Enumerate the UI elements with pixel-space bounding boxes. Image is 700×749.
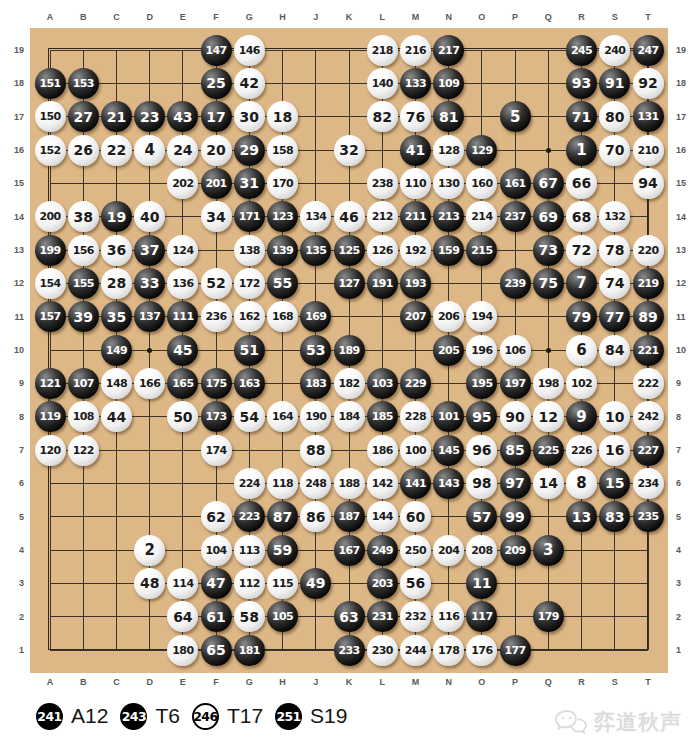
black-stone-7: 7: [566, 268, 597, 299]
coord-label-left: 14: [2, 212, 24, 222]
white-stone-248: 248: [300, 468, 331, 499]
coord-label-left: 18: [2, 78, 24, 88]
black-stone-103: 103: [367, 368, 398, 399]
white-stone-96: 96: [466, 435, 497, 466]
white-stone-162: 162: [234, 301, 265, 332]
coord-label-top: A: [42, 12, 58, 22]
caption-move: 246T17: [192, 703, 263, 730]
white-stone-58: 58: [234, 601, 265, 632]
black-stone-89: 89: [633, 301, 664, 332]
white-stone-218: 218: [367, 35, 398, 66]
coord-label-bottom: M: [407, 677, 423, 687]
watermark-text: 弈道秋声: [594, 708, 682, 736]
black-stone-135: 135: [300, 235, 331, 266]
coord-label-left: 3: [2, 578, 24, 588]
black-stone-121: 121: [35, 368, 66, 399]
black-stone-75: 75: [533, 268, 564, 299]
black-stone-215: 215: [466, 235, 497, 266]
white-stone-36: 36: [101, 235, 132, 266]
coord-label-right: 8: [676, 412, 696, 422]
coord-label-top: J: [308, 12, 324, 22]
black-stone-191: 191: [367, 268, 398, 299]
coord-label-top: C: [108, 12, 124, 22]
white-stone-226: 226: [566, 435, 597, 466]
black-stone-109: 109: [433, 68, 464, 99]
coord-label-left: 5: [2, 512, 24, 522]
coord-label-right: 2: [676, 612, 696, 622]
white-stone-70: 70: [599, 135, 630, 166]
white-stone-114: 114: [167, 568, 198, 599]
white-stone-38: 38: [68, 201, 99, 232]
coord-label-top: D: [142, 12, 158, 22]
black-stone-181: 181: [234, 635, 265, 666]
coord-label-bottom: Q: [540, 677, 556, 687]
black-stone-141: 141: [400, 468, 431, 499]
caption-point-label: S19: [310, 704, 347, 728]
black-stone-151: 151: [35, 68, 66, 99]
white-stone-26: 26: [68, 135, 99, 166]
black-stone-13: 13: [566, 501, 597, 532]
white-stone-88: 88: [300, 435, 331, 466]
white-stone-102: 102: [566, 368, 597, 399]
coord-label-bottom: D: [142, 677, 158, 687]
coord-label-bottom: O: [474, 677, 490, 687]
black-stone-119: 119: [35, 401, 66, 432]
caption-stone-icon: 246: [192, 703, 219, 730]
white-stone-108: 108: [68, 401, 99, 432]
black-stone-153: 153: [68, 68, 99, 99]
black-stone-107: 107: [68, 368, 99, 399]
white-stone-170: 170: [267, 168, 298, 199]
white-stone-115: 115: [267, 568, 298, 599]
caption-point-label: T17: [227, 704, 263, 728]
white-stone-18: 18: [267, 101, 298, 132]
coord-label-top: R: [574, 12, 590, 22]
white-stone-188: 188: [334, 468, 365, 499]
white-stone-222: 222: [633, 368, 664, 399]
white-stone-230: 230: [367, 635, 398, 666]
white-stone-20: 20: [201, 135, 232, 166]
coord-label-right: 4: [676, 545, 696, 555]
white-stone-238: 238: [367, 168, 398, 199]
black-stone-53: 53: [300, 335, 331, 366]
black-stone-207: 207: [400, 301, 431, 332]
black-stone-159: 159: [433, 235, 464, 266]
white-stone-122: 122: [68, 435, 99, 466]
white-stone-242: 242: [633, 401, 664, 432]
black-stone-155: 155: [68, 268, 99, 299]
white-stone-234: 234: [633, 468, 664, 499]
black-stone-229: 229: [400, 368, 431, 399]
caption-stone-icon: 251: [275, 703, 302, 730]
white-stone-150: 150: [35, 101, 66, 132]
black-stone-149: 149: [101, 335, 132, 366]
black-stone-55: 55: [267, 268, 298, 299]
coord-label-right: 15: [676, 178, 696, 188]
black-stone-91: 91: [599, 68, 630, 99]
black-stone-123: 123: [267, 201, 298, 232]
coord-label-bottom: N: [441, 677, 457, 687]
black-stone-129: 129: [466, 135, 497, 166]
coord-label-top: M: [407, 12, 423, 22]
white-stone-94: 94: [633, 168, 664, 199]
white-stone-158: 158: [267, 135, 298, 166]
white-stone-74: 74: [599, 268, 630, 299]
white-stone-66: 66: [566, 168, 597, 199]
black-stone-177: 177: [500, 635, 531, 666]
caption-move: 241A12: [36, 703, 108, 730]
coord-label-top: H: [275, 12, 291, 22]
watermark: 弈道秋声: [554, 708, 682, 736]
black-stone-139: 139: [267, 235, 298, 266]
white-stone-174: 174: [201, 435, 232, 466]
coord-label-top: F: [208, 12, 224, 22]
white-stone-98: 98: [466, 468, 497, 499]
star-point: [546, 148, 551, 153]
caption-point-label: A12: [71, 704, 108, 728]
caption-stone-icon: 241: [36, 703, 63, 730]
black-stone-223: 223: [234, 501, 265, 532]
white-stone-72: 72: [566, 235, 597, 266]
coord-label-bottom: H: [275, 677, 291, 687]
black-stone-17: 17: [201, 101, 232, 132]
black-stone-99: 99: [500, 501, 531, 532]
caption-move: 243T6: [120, 703, 180, 730]
coord-label-right: 9: [676, 378, 696, 388]
black-stone-51: 51: [234, 335, 265, 366]
white-stone-140: 140: [367, 68, 398, 99]
black-stone-21: 21: [101, 101, 132, 132]
white-stone-126: 126: [367, 235, 398, 266]
white-stone-90: 90: [500, 401, 531, 432]
white-stone-6: 6: [566, 335, 597, 366]
white-stone-124: 124: [167, 235, 198, 266]
white-stone-110: 110: [400, 168, 431, 199]
white-stone-198: 198: [533, 368, 564, 399]
black-stone-63: 63: [334, 601, 365, 632]
black-stone-143: 143: [433, 468, 464, 499]
black-stone-39: 39: [68, 301, 99, 332]
white-stone-144: 144: [367, 501, 398, 532]
black-stone-73: 73: [533, 235, 564, 266]
black-stone-205: 205: [433, 335, 464, 366]
black-stone-185: 185: [367, 401, 398, 432]
star-point: [546, 348, 551, 353]
black-stone-189: 189: [334, 335, 365, 366]
coord-label-right: 19: [676, 45, 696, 55]
coord-label-right: 11: [676, 312, 696, 322]
coord-label-right: 1: [676, 645, 696, 655]
black-stone-217: 217: [433, 35, 464, 66]
white-stone-128: 128: [433, 135, 464, 166]
coord-label-left: 7: [2, 445, 24, 455]
coord-label-left: 1: [2, 645, 24, 655]
black-stone-9: 9: [566, 401, 597, 432]
white-stone-146: 146: [234, 35, 265, 66]
black-stone-41: 41: [400, 135, 431, 166]
black-stone-245: 245: [566, 35, 597, 66]
coord-label-right: 16: [676, 145, 696, 155]
black-stone-247: 247: [633, 35, 664, 66]
white-stone-216: 216: [400, 35, 431, 66]
white-stone-78: 78: [599, 235, 630, 266]
black-stone-221: 221: [633, 335, 664, 366]
coord-label-top: S: [607, 12, 623, 22]
black-stone-45: 45: [167, 335, 198, 366]
white-stone-182: 182: [334, 368, 365, 399]
coord-label-left: 19: [2, 45, 24, 55]
white-stone-164: 164: [267, 401, 298, 432]
coord-label-bottom: J: [308, 677, 324, 687]
white-stone-2: 2: [134, 535, 165, 566]
black-stone-29: 29: [234, 135, 265, 166]
coord-label-left: 6: [2, 478, 24, 488]
black-stone-31: 31: [234, 168, 265, 199]
white-stone-196: 196: [466, 335, 497, 366]
black-stone-235: 235: [633, 501, 664, 532]
black-stone-15: 15: [599, 468, 630, 499]
coord-label-top: P: [507, 12, 523, 22]
white-stone-52: 52: [201, 268, 232, 299]
black-stone-239: 239: [500, 268, 531, 299]
black-stone-209: 209: [500, 535, 531, 566]
white-stone-250: 250: [400, 535, 431, 566]
white-stone-32: 32: [334, 135, 365, 166]
black-stone-237: 237: [500, 201, 531, 232]
coord-label-bottom: L: [374, 677, 390, 687]
black-stone-1: 1: [566, 135, 597, 166]
black-stone-79: 79: [566, 301, 597, 332]
coord-label-left: 11: [2, 312, 24, 322]
white-stone-186: 186: [367, 435, 398, 466]
white-stone-204: 204: [433, 535, 464, 566]
coord-label-right: 10: [676, 345, 696, 355]
black-stone-59: 59: [267, 535, 298, 566]
black-stone-157: 157: [35, 301, 66, 332]
white-stone-54: 54: [234, 401, 265, 432]
white-stone-22: 22: [101, 135, 132, 166]
coord-label-top: B: [75, 12, 91, 22]
black-stone-47: 47: [201, 568, 232, 599]
white-stone-28: 28: [101, 268, 132, 299]
white-stone-232: 232: [400, 601, 431, 632]
coord-label-bottom: B: [75, 677, 91, 687]
coord-label-bottom: R: [574, 677, 590, 687]
white-stone-178: 178: [433, 635, 464, 666]
white-stone-172: 172: [234, 268, 265, 299]
black-stone-93: 93: [566, 68, 597, 99]
white-stone-76: 76: [400, 101, 431, 132]
white-stone-160: 160: [466, 168, 497, 199]
black-stone-27: 27: [68, 101, 99, 132]
white-stone-30: 30: [234, 101, 265, 132]
coord-label-right: 6: [676, 478, 696, 488]
black-stone-5: 5: [500, 101, 531, 132]
caption-stone-icon: 243: [120, 703, 147, 730]
white-stone-16: 16: [599, 435, 630, 466]
white-stone-168: 168: [267, 301, 298, 332]
black-stone-133: 133: [400, 68, 431, 99]
coord-label-left: 15: [2, 178, 24, 188]
white-stone-8: 8: [566, 468, 597, 499]
black-stone-233: 233: [334, 635, 365, 666]
white-stone-152: 152: [35, 135, 66, 166]
coord-label-top: O: [474, 12, 490, 22]
white-stone-224: 224: [234, 468, 265, 499]
coord-label-top: Q: [540, 12, 556, 22]
coord-label-top: K: [341, 12, 357, 22]
white-stone-120: 120: [35, 435, 66, 466]
white-stone-142: 142: [367, 468, 398, 499]
coord-label-right: 12: [676, 278, 696, 288]
black-stone-131: 131: [633, 101, 664, 132]
coord-label-bottom: G: [241, 677, 257, 687]
black-stone-3: 3: [533, 535, 564, 566]
black-stone-201: 201: [201, 168, 232, 199]
coord-label-right: 14: [676, 212, 696, 222]
white-stone-220: 220: [633, 235, 664, 266]
black-stone-49: 49: [300, 568, 331, 599]
white-stone-240: 240: [599, 35, 630, 66]
white-stone-212: 212: [367, 201, 398, 232]
black-stone-193: 193: [400, 268, 431, 299]
black-stone-65: 65: [201, 635, 232, 666]
black-stone-147: 147: [201, 35, 232, 66]
coord-label-top: L: [374, 12, 390, 22]
white-stone-82: 82: [367, 101, 398, 132]
coord-label-right: 18: [676, 78, 696, 88]
white-stone-166: 166: [134, 368, 165, 399]
black-stone-219: 219: [633, 268, 664, 299]
black-stone-165: 165: [167, 368, 198, 399]
white-stone-24: 24: [167, 135, 198, 166]
white-stone-106: 106: [500, 335, 531, 366]
white-stone-44: 44: [101, 401, 132, 432]
black-stone-163: 163: [234, 368, 265, 399]
caption-point-label: T6: [155, 704, 180, 728]
black-stone-97: 97: [500, 468, 531, 499]
white-stone-14: 14: [533, 468, 564, 499]
black-stone-179: 179: [533, 601, 564, 632]
star-point: [147, 348, 152, 353]
white-stone-62: 62: [201, 501, 232, 532]
coord-label-bottom: A: [42, 677, 58, 687]
white-stone-154: 154: [35, 268, 66, 299]
white-stone-176: 176: [466, 635, 497, 666]
black-stone-61: 61: [201, 601, 232, 632]
coord-label-right: 5: [676, 512, 696, 522]
white-stone-244: 244: [400, 635, 431, 666]
black-stone-173: 173: [201, 401, 232, 432]
black-stone-127: 127: [334, 268, 365, 299]
white-stone-4: 4: [134, 135, 165, 166]
black-stone-195: 195: [466, 368, 497, 399]
black-stone-35: 35: [101, 301, 132, 332]
black-stone-175: 175: [201, 368, 232, 399]
coord-label-right: 3: [676, 578, 696, 588]
black-stone-19: 19: [101, 201, 132, 232]
white-stone-118: 118: [267, 468, 298, 499]
coord-label-top: G: [241, 12, 257, 22]
black-stone-37: 37: [134, 235, 165, 266]
white-stone-192: 192: [400, 235, 431, 266]
coord-label-right: 17: [676, 112, 696, 122]
white-stone-34: 34: [201, 201, 232, 232]
black-stone-167: 167: [334, 535, 365, 566]
white-stone-184: 184: [334, 401, 365, 432]
coord-label-left: 13: [2, 245, 24, 255]
coord-label-bottom: E: [175, 677, 191, 687]
coord-label-left: 16: [2, 145, 24, 155]
white-stone-92: 92: [633, 68, 664, 99]
black-stone-85: 85: [500, 435, 531, 466]
white-stone-112: 112: [234, 568, 265, 599]
black-stone-199: 199: [35, 235, 66, 266]
black-stone-211: 211: [400, 201, 431, 232]
black-stone-183: 183: [300, 368, 331, 399]
white-stone-12: 12: [533, 401, 564, 432]
white-stone-130: 130: [433, 168, 464, 199]
black-stone-227: 227: [633, 435, 664, 466]
white-stone-104: 104: [201, 535, 232, 566]
black-stone-69: 69: [533, 201, 564, 232]
white-stone-228: 228: [400, 401, 431, 432]
black-stone-231: 231: [367, 601, 398, 632]
white-stone-56: 56: [400, 568, 431, 599]
coord-label-left: 2: [2, 612, 24, 622]
white-stone-113: 113: [234, 535, 265, 566]
white-stone-156: 156: [68, 235, 99, 266]
black-stone-71: 71: [566, 101, 597, 132]
caption: 241A12243T6246T17251S19: [36, 701, 347, 731]
white-stone-68: 68: [566, 201, 597, 232]
coord-label-right: 13: [676, 245, 696, 255]
white-stone-210: 210: [633, 135, 664, 166]
coord-label-bottom: C: [108, 677, 124, 687]
white-stone-180: 180: [167, 635, 198, 666]
white-stone-236: 236: [201, 301, 232, 332]
coord-label-top: E: [175, 12, 191, 22]
coord-label-left: 4: [2, 545, 24, 555]
coord-label-left: 8: [2, 412, 24, 422]
black-stone-225: 225: [533, 435, 564, 466]
wechat-icon: [554, 708, 588, 736]
coord-label-bottom: T: [640, 677, 656, 687]
black-stone-87: 87: [267, 501, 298, 532]
white-stone-202: 202: [167, 168, 198, 199]
caption-move: 251S19: [275, 703, 347, 730]
coord-label-left: 10: [2, 345, 24, 355]
black-stone-197: 197: [500, 368, 531, 399]
coord-label-bottom: F: [208, 677, 224, 687]
white-stone-60: 60: [400, 501, 431, 532]
white-stone-148: 148: [101, 368, 132, 399]
black-stone-105: 105: [267, 601, 298, 632]
white-stone-208: 208: [466, 535, 497, 566]
white-stone-138: 138: [234, 235, 265, 266]
kifu-page: AABBCCDDEEFFGGHHJJKKLLMMNNOOPPQQRRSSTT19…: [0, 0, 700, 749]
black-stone-203: 203: [367, 568, 398, 599]
white-stone-136: 136: [167, 268, 198, 299]
coord-label-top: N: [441, 12, 457, 22]
white-stone-84: 84: [599, 335, 630, 366]
coord-label-left: 12: [2, 278, 24, 288]
coord-label-left: 17: [2, 112, 24, 122]
white-stone-200: 200: [35, 201, 66, 232]
black-stone-145: 145: [433, 435, 464, 466]
coord-label-left: 9: [2, 378, 24, 388]
black-stone-187: 187: [334, 501, 365, 532]
